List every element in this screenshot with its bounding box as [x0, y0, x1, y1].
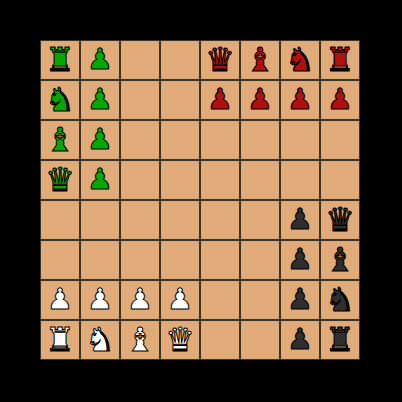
piece-white-elephant-bishop[interactable]: ♝ [125, 323, 155, 356]
square-d6[interactable] [160, 120, 200, 160]
square-c3[interactable] [120, 240, 160, 280]
piece-green-pawn[interactable]: ♟ [87, 165, 113, 194]
piece-green-king[interactable]: ♛ [45, 163, 75, 196]
square-g8[interactable]: ♞ [280, 40, 320, 80]
square-b7[interactable]: ♟ [80, 80, 120, 120]
square-a2[interactable]: ♟ [40, 280, 80, 320]
piece-black-pawn[interactable]: ♟ [287, 245, 313, 274]
square-e7[interactable]: ♟ [200, 80, 240, 120]
piece-green-knight[interactable]: ♞ [45, 83, 75, 116]
piece-white-king[interactable]: ♛ [165, 323, 195, 356]
square-g3[interactable]: ♟ [280, 240, 320, 280]
piece-red-knight[interactable]: ♞ [285, 43, 315, 76]
square-g6[interactable] [280, 120, 320, 160]
piece-black-pawn[interactable]: ♟ [287, 325, 313, 354]
square-d7[interactable] [160, 80, 200, 120]
square-c6[interactable] [120, 120, 160, 160]
square-a5[interactable]: ♛ [40, 160, 80, 200]
piece-red-rook[interactable]: ♜ [325, 43, 355, 76]
piece-red-pawn[interactable]: ♟ [207, 85, 233, 114]
square-b6[interactable]: ♟ [80, 120, 120, 160]
square-h8[interactable]: ♜ [320, 40, 360, 80]
piece-red-pawn[interactable]: ♟ [327, 85, 353, 114]
square-d3[interactable] [160, 240, 200, 280]
square-a3[interactable] [40, 240, 80, 280]
piece-green-rook[interactable]: ♜ [45, 43, 75, 76]
square-c1[interactable]: ♝ [120, 320, 160, 360]
square-d2[interactable]: ♟ [160, 280, 200, 320]
square-c8[interactable] [120, 40, 160, 80]
piece-white-pawn[interactable]: ♟ [87, 285, 113, 314]
square-e2[interactable] [200, 280, 240, 320]
piece-red-king[interactable]: ♛ [205, 43, 235, 76]
square-g7[interactable]: ♟ [280, 80, 320, 120]
square-h4[interactable]: ♛ [320, 200, 360, 240]
square-c4[interactable] [120, 200, 160, 240]
square-b4[interactable] [80, 200, 120, 240]
square-c7[interactable] [120, 80, 160, 120]
square-d8[interactable] [160, 40, 200, 80]
page-background: ♜♟♛♝♞♜♞♟♟♟♟♟♝♟♛♟♟♛♟♝♟♟♟♟♟♞♜♞♝♛♟♜ [0, 0, 402, 402]
square-h3[interactable]: ♝ [320, 240, 360, 280]
piece-black-knight[interactable]: ♞ [325, 283, 355, 316]
square-b1[interactable]: ♞ [80, 320, 120, 360]
square-e1[interactable] [200, 320, 240, 360]
square-b3[interactable] [80, 240, 120, 280]
square-c2[interactable]: ♟ [120, 280, 160, 320]
piece-green-pawn[interactable]: ♟ [87, 45, 113, 74]
square-f8[interactable]: ♝ [240, 40, 280, 80]
square-h2[interactable]: ♞ [320, 280, 360, 320]
piece-red-elephant-bishop[interactable]: ♝ [245, 43, 275, 76]
square-a1[interactable]: ♜ [40, 320, 80, 360]
square-f2[interactable] [240, 280, 280, 320]
square-b8[interactable]: ♟ [80, 40, 120, 80]
square-b2[interactable]: ♟ [80, 280, 120, 320]
piece-white-pawn[interactable]: ♟ [47, 285, 73, 314]
square-g5[interactable] [280, 160, 320, 200]
square-g4[interactable]: ♟ [280, 200, 320, 240]
piece-red-pawn[interactable]: ♟ [287, 85, 313, 114]
square-a4[interactable] [40, 200, 80, 240]
piece-black-elephant-bishop[interactable]: ♝ [325, 243, 355, 276]
square-f3[interactable] [240, 240, 280, 280]
piece-red-pawn[interactable]: ♟ [247, 85, 273, 114]
square-b5[interactable]: ♟ [80, 160, 120, 200]
square-d4[interactable] [160, 200, 200, 240]
piece-black-pawn[interactable]: ♟ [287, 205, 313, 234]
square-e3[interactable] [200, 240, 240, 280]
square-a7[interactable]: ♞ [40, 80, 80, 120]
square-a6[interactable]: ♝ [40, 120, 80, 160]
square-d5[interactable] [160, 160, 200, 200]
piece-black-pawn[interactable]: ♟ [287, 285, 313, 314]
square-f5[interactable] [240, 160, 280, 200]
square-f6[interactable] [240, 120, 280, 160]
square-e5[interactable] [200, 160, 240, 200]
piece-green-elephant-bishop[interactable]: ♝ [45, 123, 75, 156]
square-g1[interactable]: ♟ [280, 320, 320, 360]
square-d1[interactable]: ♛ [160, 320, 200, 360]
square-f1[interactable] [240, 320, 280, 360]
piece-white-pawn[interactable]: ♟ [167, 285, 193, 314]
square-e6[interactable] [200, 120, 240, 160]
square-c5[interactable] [120, 160, 160, 200]
piece-green-pawn[interactable]: ♟ [87, 85, 113, 114]
piece-green-pawn[interactable]: ♟ [87, 125, 113, 154]
square-f7[interactable]: ♟ [240, 80, 280, 120]
chaturaji-board: ♜♟♛♝♞♜♞♟♟♟♟♟♝♟♛♟♟♛♟♝♟♟♟♟♟♞♜♞♝♛♟♜ [40, 40, 360, 360]
square-a8[interactable]: ♜ [40, 40, 80, 80]
piece-black-rook[interactable]: ♜ [325, 323, 355, 356]
square-e8[interactable]: ♛ [200, 40, 240, 80]
square-e4[interactable] [200, 200, 240, 240]
square-h5[interactable] [320, 160, 360, 200]
piece-white-rook[interactable]: ♜ [45, 323, 75, 356]
square-g2[interactable]: ♟ [280, 280, 320, 320]
square-h7[interactable]: ♟ [320, 80, 360, 120]
piece-white-pawn[interactable]: ♟ [127, 285, 153, 314]
square-h6[interactable] [320, 120, 360, 160]
square-f4[interactable] [240, 200, 280, 240]
square-h1[interactable]: ♜ [320, 320, 360, 360]
piece-black-king[interactable]: ♛ [325, 203, 355, 236]
piece-white-knight[interactable]: ♞ [85, 323, 115, 356]
